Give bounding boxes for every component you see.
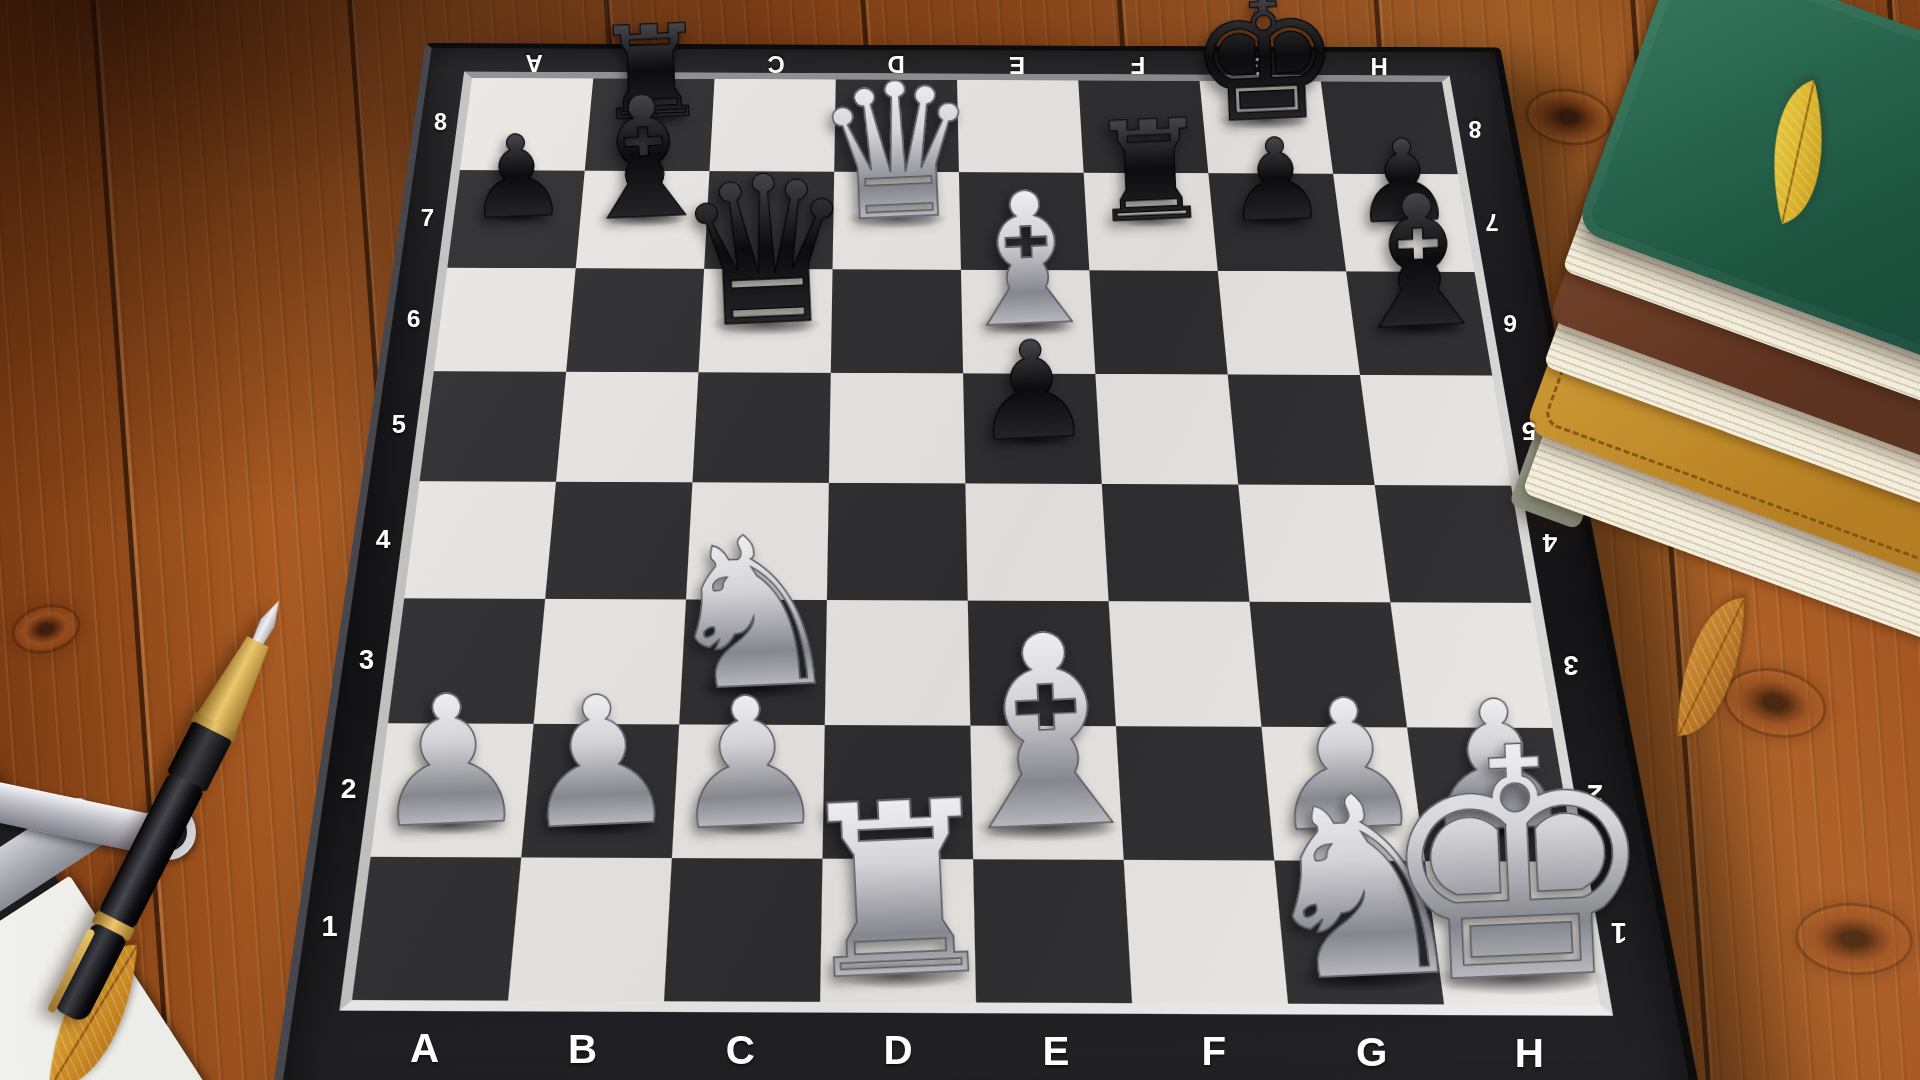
piece-black-queen-c6[interactable]: ♛ — [671, 147, 862, 358]
piece-black-bishop-h6[interactable]: ♝ — [1333, 168, 1504, 357]
pieces-layer: ♜♚♟♝♛♜♟♟♛♝♝♟♞♟♟♟♝♟♟♜♞♚ — [0, 0, 1920, 1080]
piece-white-pawn-a2[interactable]: ♟ — [366, 670, 533, 855]
piece-black-pawn-a7[interactable]: ♟ — [464, 119, 570, 236]
piece-white-pawn-b2[interactable]: ♟ — [515, 671, 682, 856]
piece-black-pawn-e5[interactable]: ♟ — [969, 322, 1095, 462]
piece-white-rook-d1[interactable]: ♜ — [786, 768, 1009, 1015]
piece-black-pawn-g7[interactable]: ♟ — [1223, 122, 1329, 239]
chess-app-screenshot: AABBCCDDEEFFGGHH1122334455667788 ♜♚♟♝♛♜♟… — [0, 0, 1920, 1080]
piece-white-king-h1[interactable]: ♚ — [1369, 701, 1667, 1030]
